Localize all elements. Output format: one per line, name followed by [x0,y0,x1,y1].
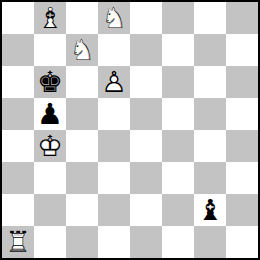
square-f7[interactable] [162,34,194,66]
square-a1[interactable]: ♜♖ [2,226,34,258]
square-a5[interactable] [2,98,34,130]
square-e4[interactable] [130,130,162,162]
white-bishop-piece: ♝♗ [34,2,66,34]
square-h1[interactable] [226,226,258,258]
square-g5[interactable] [194,98,226,130]
square-d1[interactable] [98,226,130,258]
square-h6[interactable] [226,66,258,98]
square-f5[interactable] [162,98,194,130]
square-g1[interactable] [194,226,226,258]
square-c1[interactable] [66,226,98,258]
square-c4[interactable] [66,130,98,162]
square-a8[interactable] [2,2,34,34]
square-e6[interactable] [130,66,162,98]
square-c7[interactable]: ♞♘ [66,34,98,66]
square-g6[interactable] [194,66,226,98]
white-knight-piece: ♞♘ [98,2,130,34]
white-knight-outline-glyph: ♘ [98,2,130,34]
square-e3[interactable] [130,162,162,194]
square-e7[interactable] [130,34,162,66]
square-h5[interactable] [226,98,258,130]
square-g8[interactable] [194,2,226,34]
square-d7[interactable] [98,34,130,66]
square-a6[interactable] [2,66,34,98]
square-h3[interactable] [226,162,258,194]
chess-diagram: ♝♗♞♘♞♘♚♟♙♟♚♔♝♜♖ [0,0,260,260]
square-f1[interactable] [162,226,194,258]
square-g2[interactable]: ♝ [194,194,226,226]
square-f8[interactable] [162,2,194,34]
square-f2[interactable] [162,194,194,226]
white-knight-outline-glyph: ♘ [66,34,98,66]
square-f6[interactable] [162,66,194,98]
square-c8[interactable] [66,2,98,34]
square-c2[interactable] [66,194,98,226]
square-e8[interactable] [130,2,162,34]
square-a7[interactable] [2,34,34,66]
square-f3[interactable] [162,162,194,194]
square-d3[interactable] [98,162,130,194]
square-f4[interactable] [162,130,194,162]
square-h8[interactable] [226,2,258,34]
black-king-glyph: ♚ [34,66,66,98]
square-b8[interactable]: ♝♗ [34,2,66,34]
square-e5[interactable] [130,98,162,130]
square-g7[interactable] [194,34,226,66]
square-b4[interactable]: ♚♔ [34,130,66,162]
square-g3[interactable] [194,162,226,194]
square-g4[interactable] [194,130,226,162]
white-bishop-outline-glyph: ♗ [34,2,66,34]
black-bishop-glyph: ♝ [194,194,226,226]
square-d5[interactable] [98,98,130,130]
white-rook-piece: ♜♖ [2,226,34,258]
square-b2[interactable] [34,194,66,226]
square-c5[interactable] [66,98,98,130]
white-king-piece: ♚♔ [34,130,66,162]
square-e2[interactable] [130,194,162,226]
square-a3[interactable] [2,162,34,194]
square-d8[interactable]: ♞♘ [98,2,130,34]
black-pawn-glyph: ♟ [34,98,66,130]
square-c6[interactable] [66,66,98,98]
square-h7[interactable] [226,34,258,66]
square-a4[interactable] [2,130,34,162]
square-b5[interactable]: ♟ [34,98,66,130]
white-knight-piece: ♞♘ [66,34,98,66]
white-pawn-piece: ♟♙ [98,66,130,98]
black-king-piece: ♚ [34,66,66,98]
square-b7[interactable] [34,34,66,66]
square-d6[interactable]: ♟♙ [98,66,130,98]
black-bishop-piece: ♝ [194,194,226,226]
square-b1[interactable] [34,226,66,258]
square-c3[interactable] [66,162,98,194]
square-d2[interactable] [98,194,130,226]
square-h2[interactable] [226,194,258,226]
black-pawn-piece: ♟ [34,98,66,130]
square-e1[interactable] [130,226,162,258]
chess-board: ♝♗♞♘♞♘♚♟♙♟♚♔♝♜♖ [0,0,260,260]
white-pawn-outline-glyph: ♙ [98,66,130,98]
square-b6[interactable]: ♚ [34,66,66,98]
square-b3[interactable] [34,162,66,194]
square-d4[interactable] [98,130,130,162]
white-rook-outline-glyph: ♖ [2,226,34,258]
white-king-outline-glyph: ♔ [34,130,66,162]
square-a2[interactable] [2,194,34,226]
square-h4[interactable] [226,130,258,162]
